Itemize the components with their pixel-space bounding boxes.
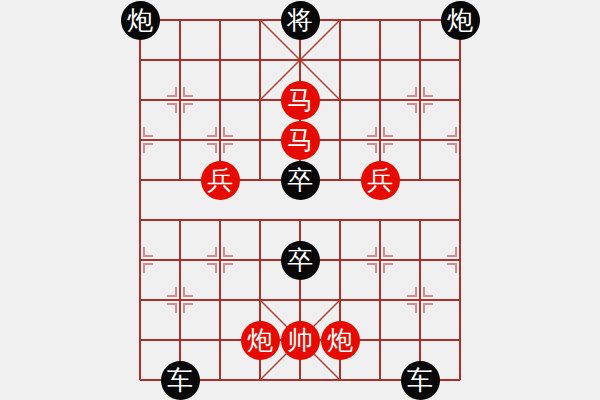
piece-black-general[interactable]: 将: [281, 1, 320, 40]
piece-black-cannon[interactable]: 炮: [441, 1, 480, 40]
xiangqi-app: 炮将炮马马兵卒兵卒炮帅炮车车: [0, 0, 600, 400]
piece-red-general[interactable]: 帅: [281, 321, 320, 360]
piece-red-horse[interactable]: 马: [281, 121, 320, 160]
piece-red-horse[interactable]: 马: [281, 81, 320, 120]
piece-red-soldier[interactable]: 兵: [201, 161, 240, 200]
piece-black-chariot[interactable]: 车: [161, 361, 200, 400]
piece-grid: 炮将炮马马兵卒兵卒炮帅炮车车: [120, 0, 480, 400]
piece-black-soldier[interactable]: 卒: [281, 241, 320, 280]
piece-black-soldier[interactable]: 卒: [281, 161, 320, 200]
piece-red-soldier[interactable]: 兵: [361, 161, 400, 200]
piece-black-chariot[interactable]: 车: [401, 361, 440, 400]
piece-black-cannon[interactable]: 炮: [121, 1, 160, 40]
piece-red-cannon[interactable]: 炮: [321, 321, 360, 360]
piece-red-cannon[interactable]: 炮: [241, 321, 280, 360]
